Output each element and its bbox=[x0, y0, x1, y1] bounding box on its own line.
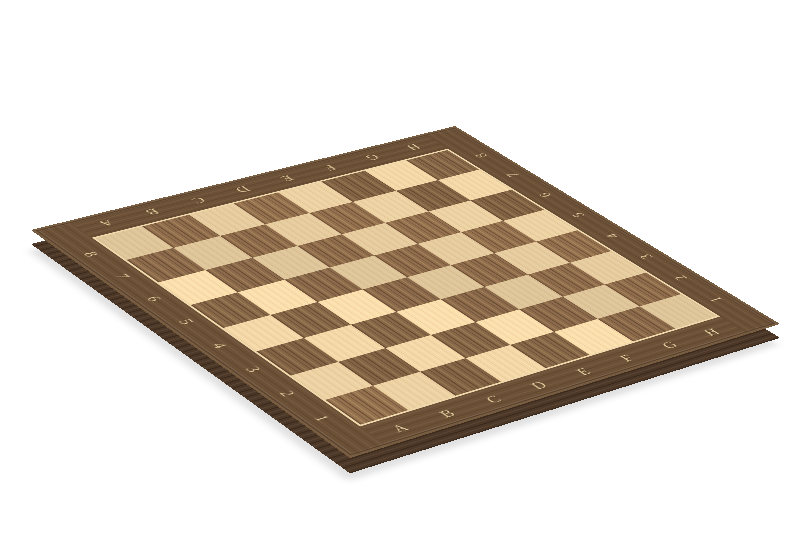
file-label: E bbox=[573, 366, 594, 376]
file-label: E bbox=[277, 174, 296, 183]
file-label: B bbox=[436, 408, 458, 419]
file-label: C bbox=[483, 394, 505, 405]
file-label: B bbox=[142, 207, 162, 216]
file-label: A bbox=[95, 218, 116, 228]
file-label: F bbox=[320, 163, 338, 171]
file-label: H bbox=[403, 142, 423, 151]
file-label: A bbox=[389, 422, 412, 434]
file-label: D bbox=[528, 380, 550, 391]
product-photo-scene: ABCDEFGH ABCDEFGH 87654321 87654321 bbox=[0, 0, 800, 533]
file-label: D bbox=[232, 184, 253, 193]
file-label: F bbox=[617, 353, 637, 363]
file-label: H bbox=[701, 327, 723, 337]
chess-board: ABCDEFGH ABCDEFGH 87654321 87654321 bbox=[31, 126, 780, 458]
file-label: G bbox=[659, 340, 681, 351]
file-label: G bbox=[362, 153, 382, 162]
file-label: C bbox=[188, 195, 208, 204]
